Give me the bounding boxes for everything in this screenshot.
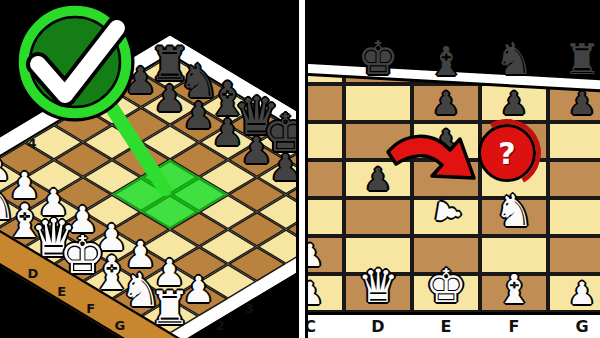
- square-e7[interactable]: ♟: [412, 84, 480, 122]
- question-mark-text: ?: [498, 136, 515, 171]
- piece-bP-e7[interactable]: ♟: [432, 88, 460, 119]
- piece-wP-g2[interactable]: ♟: [568, 278, 596, 309]
- file-label-E: E: [51, 281, 71, 301]
- square-g2[interactable]: ♟: [548, 274, 600, 312]
- square-g7[interactable]: ♟: [548, 84, 600, 122]
- square-g6[interactable]: [548, 122, 600, 160]
- piece-bP-f7[interactable]: ♟: [500, 88, 528, 119]
- file-label-D: D: [22, 264, 42, 284]
- square-g4[interactable]: [548, 198, 600, 236]
- left-panel-correct-example: ♜♞♝♛♚♝♞♜♟♟♟♟♟♟♟♟♟♟♟♟♟♟♟♟♜♞♝♛♚♝♞♜ 4DEFG32…: [0, 0, 300, 338]
- square-f7[interactable]: ♟: [480, 84, 548, 122]
- file-label-G: G: [109, 316, 129, 336]
- square-d3[interactable]: [344, 236, 412, 274]
- file-label-F: F: [80, 299, 100, 319]
- square-d2[interactable]: ♛: [344, 274, 412, 312]
- rank-label-4: 4: [22, 134, 42, 154]
- file-label-D: D: [368, 317, 388, 336]
- file-label-F: F: [504, 317, 524, 336]
- question-icon: ?: [478, 124, 536, 182]
- check-icon: [4, 0, 146, 126]
- rank-label-3: 3: [240, 299, 260, 319]
- piece-bP-g7[interactable]: ♟: [568, 88, 596, 119]
- square-f4[interactable]: ♞: [480, 198, 548, 236]
- file-label-E: E: [436, 317, 456, 336]
- panel-divider: [296, 0, 308, 338]
- split-chess-lesson: ♜♞♝♛♚♝♞♜♟♟♟♟♟♟♟♟♟♟♟♟♟♟♟♟♜♞♝♛♚♝♞♜ 4DEFG32…: [0, 0, 600, 338]
- square-f2[interactable]: ♝: [480, 274, 548, 312]
- rank-label-2: 2: [211, 316, 231, 336]
- file-label-G: G: [572, 317, 592, 336]
- rank-label-1: 1: [182, 334, 202, 338]
- square-e3[interactable]: [412, 236, 480, 274]
- square-d7[interactable]: [344, 84, 412, 122]
- move-arrow-icon: [382, 128, 486, 206]
- square-g3[interactable]: [548, 236, 600, 274]
- square-g5[interactable]: [548, 160, 600, 198]
- piece-wB-f2[interactable]: ♝: [496, 269, 532, 309]
- file-letter-strip: CDEFG: [300, 312, 600, 338]
- piece-bR-a8[interactable]: ♜: [149, 41, 190, 87]
- square-f3[interactable]: [480, 236, 548, 274]
- square-e2[interactable]: ♚: [412, 274, 480, 312]
- right-panel-wrong-example: ♚♝♞♜♟♟♟♟♟♟♞♟♟♛♚♝♟ CDEFG ?: [300, 0, 600, 338]
